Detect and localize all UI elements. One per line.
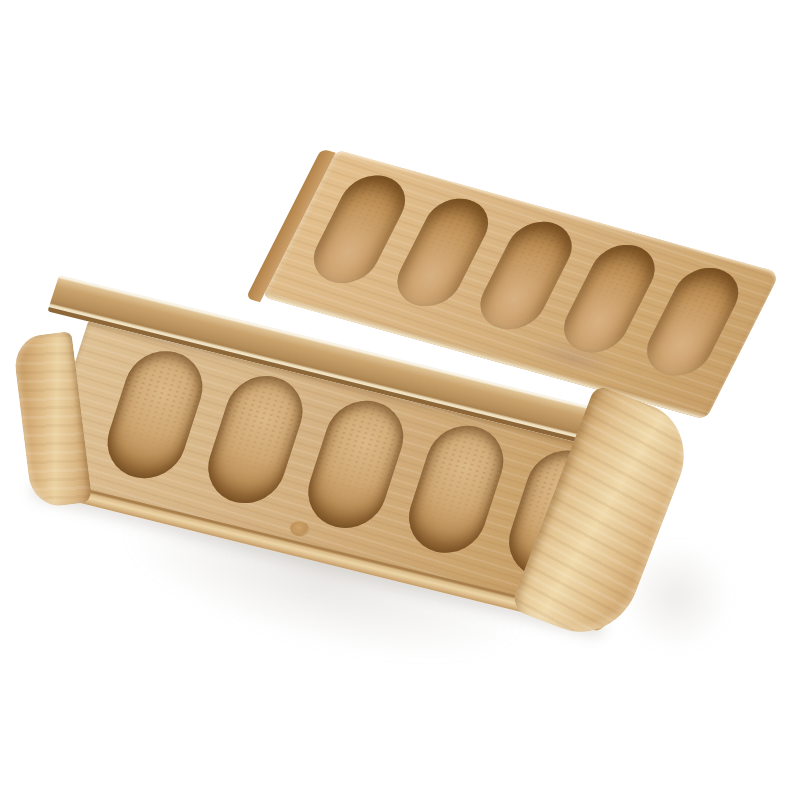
pit[interactable] (98, 343, 213, 486)
pit[interactable] (399, 418, 514, 561)
pit[interactable] (198, 368, 313, 511)
pit[interactable] (637, 261, 749, 382)
knot-mark (288, 519, 312, 538)
lid-side-face (245, 149, 335, 303)
bamboo-tray-photo (0, 0, 800, 800)
pit[interactable] (298, 393, 413, 536)
